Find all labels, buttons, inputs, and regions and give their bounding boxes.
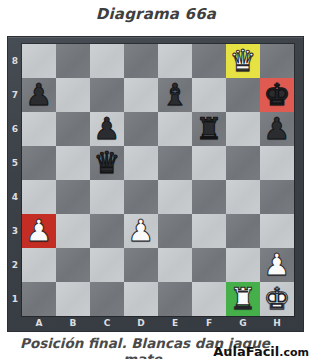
square-b6[interactable] <box>56 112 90 146</box>
watermark-name: AulaFacil <box>213 344 279 359</box>
file-label-b: B <box>56 315 90 331</box>
rank-label-2: 2 <box>8 248 22 282</box>
square-g5[interactable] <box>226 146 260 180</box>
white-pawn[interactable]: ♟ <box>26 214 53 248</box>
square-d1[interactable] <box>124 282 158 316</box>
white-king[interactable]: ♚ <box>264 282 291 316</box>
rank-labels: 87654321 <box>8 44 22 316</box>
square-g6[interactable] <box>226 112 260 146</box>
square-g3[interactable] <box>226 214 260 248</box>
rank-label-3: 3 <box>8 214 22 248</box>
square-f5[interactable] <box>192 146 226 180</box>
square-e3[interactable] <box>158 214 192 248</box>
white-pawn[interactable]: ♟ <box>264 248 291 282</box>
file-label-a: A <box>22 315 56 331</box>
square-h1[interactable]: ♚ <box>260 282 294 316</box>
square-c2[interactable] <box>90 248 124 282</box>
square-d8[interactable] <box>124 44 158 78</box>
file-label-g: G <box>226 315 260 331</box>
rank-label-6: 6 <box>8 112 22 146</box>
square-f7[interactable] <box>192 78 226 112</box>
watermark: AulaFacil.com <box>213 344 309 359</box>
square-d4[interactable] <box>124 180 158 214</box>
square-h4[interactable] <box>260 180 294 214</box>
square-a4[interactable] <box>22 180 56 214</box>
black-king[interactable]: ♚ <box>264 78 291 112</box>
square-h2[interactable]: ♟ <box>260 248 294 282</box>
square-a6[interactable] <box>22 112 56 146</box>
square-c4[interactable] <box>90 180 124 214</box>
square-e4[interactable] <box>158 180 192 214</box>
square-h7[interactable]: ♚ <box>260 78 294 112</box>
square-d6[interactable] <box>124 112 158 146</box>
square-d2[interactable] <box>124 248 158 282</box>
square-e7[interactable]: ♝ <box>158 78 192 112</box>
square-h6[interactable]: ♟ <box>260 112 294 146</box>
square-b2[interactable] <box>56 248 90 282</box>
square-c7[interactable] <box>90 78 124 112</box>
square-b1[interactable] <box>56 282 90 316</box>
file-label-h: H <box>260 315 294 331</box>
square-e1[interactable] <box>158 282 192 316</box>
square-c5[interactable]: ♛ <box>90 146 124 180</box>
square-h3[interactable] <box>260 214 294 248</box>
square-c1[interactable] <box>90 282 124 316</box>
square-a5[interactable] <box>22 146 56 180</box>
diagram-title: Diagrama 66a <box>0 5 312 23</box>
black-rook[interactable]: ♜ <box>196 112 223 146</box>
file-labels: ABCDEFGH <box>22 315 294 331</box>
square-f8[interactable] <box>192 44 226 78</box>
square-a1[interactable] <box>22 282 56 316</box>
square-e6[interactable] <box>158 112 192 146</box>
square-f4[interactable] <box>192 180 226 214</box>
square-b8[interactable] <box>56 44 90 78</box>
chess-board: 87654321 ♛♟♝♚♟♜♟♛♟♟♟♜♚ ABCDEFGH <box>7 36 304 332</box>
black-queen[interactable]: ♛ <box>94 146 121 180</box>
square-g4[interactable] <box>226 180 260 214</box>
white-pawn[interactable]: ♟ <box>128 214 155 248</box>
rank-label-4: 4 <box>8 180 22 214</box>
square-e5[interactable] <box>158 146 192 180</box>
square-e8[interactable] <box>158 44 192 78</box>
watermark-tld: .com <box>279 346 309 359</box>
square-d7[interactable] <box>124 78 158 112</box>
square-a2[interactable] <box>22 248 56 282</box>
square-a7[interactable]: ♟ <box>22 78 56 112</box>
square-c8[interactable] <box>90 44 124 78</box>
square-c3[interactable] <box>90 214 124 248</box>
white-rook[interactable]: ♜ <box>230 282 257 316</box>
square-d5[interactable] <box>124 146 158 180</box>
square-b3[interactable] <box>56 214 90 248</box>
square-h5[interactable] <box>260 146 294 180</box>
rank-label-8: 8 <box>8 44 22 78</box>
square-d3[interactable]: ♟ <box>124 214 158 248</box>
file-label-e: E <box>158 315 192 331</box>
square-g7[interactable] <box>226 78 260 112</box>
rank-label-7: 7 <box>8 78 22 112</box>
black-pawn[interactable]: ♟ <box>94 112 121 146</box>
square-e2[interactable] <box>158 248 192 282</box>
white-queen[interactable]: ♛ <box>230 44 257 78</box>
board-grid: ♛♟♝♚♟♜♟♛♟♟♟♜♚ <box>22 44 294 316</box>
square-f2[interactable] <box>192 248 226 282</box>
square-g1[interactable]: ♜ <box>226 282 260 316</box>
square-b5[interactable] <box>56 146 90 180</box>
square-f1[interactable] <box>192 282 226 316</box>
square-g2[interactable] <box>226 248 260 282</box>
file-label-d: D <box>124 315 158 331</box>
rank-label-5: 5 <box>8 146 22 180</box>
square-a3[interactable]: ♟ <box>22 214 56 248</box>
file-label-f: F <box>192 315 226 331</box>
square-g8[interactable]: ♛ <box>226 44 260 78</box>
black-bishop[interactable]: ♝ <box>162 78 189 112</box>
black-pawn[interactable]: ♟ <box>264 112 291 146</box>
square-b4[interactable] <box>56 180 90 214</box>
file-label-c: C <box>90 315 124 331</box>
black-pawn[interactable]: ♟ <box>26 78 53 112</box>
square-f6[interactable]: ♜ <box>192 112 226 146</box>
square-f3[interactable] <box>192 214 226 248</box>
square-a8[interactable] <box>22 44 56 78</box>
rank-label-1: 1 <box>8 282 22 316</box>
square-c6[interactable]: ♟ <box>90 112 124 146</box>
square-b7[interactable] <box>56 78 90 112</box>
square-h8[interactable] <box>260 44 294 78</box>
